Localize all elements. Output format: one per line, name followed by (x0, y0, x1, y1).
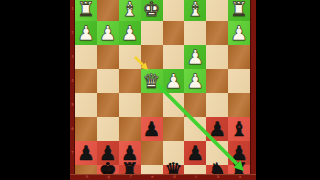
square-d6[interactable] (163, 117, 185, 141)
file-label-e: e (151, 175, 153, 179)
square-f4[interactable] (119, 69, 141, 93)
square-c1[interactable]: ♝ (184, 0, 206, 21)
square-d2[interactable] (163, 21, 185, 45)
square-b5[interactable] (206, 93, 228, 117)
rank-label-1: 1 (71, 7, 73, 11)
square-h5[interactable] (75, 93, 97, 117)
square-g5[interactable] (97, 93, 119, 117)
file-label-g: g (108, 175, 110, 179)
square-b1[interactable] (206, 0, 228, 21)
square-b4[interactable] (206, 69, 228, 93)
board-border-bottom: hgfedcba (70, 174, 256, 180)
file-label-c: c (195, 175, 197, 179)
rank-label-6: 6 (71, 127, 73, 131)
piece-wP-c4: ♟ (186, 69, 204, 93)
chess-board[interactable]: ♜♝♚♝♜♟♟♟♟♟♛♟♟♟♟♝♟♟♟♟♟♚♜♛♞♜ (75, 0, 250, 180)
square-a4[interactable] (228, 69, 250, 93)
piece-bP-c7: ♟ (186, 141, 204, 165)
piece-wK-e1: ♚ (143, 0, 161, 21)
rank-label-5: 5 (71, 103, 73, 107)
file-label-a: a (239, 175, 241, 179)
square-e4[interactable]: ♛ (141, 69, 163, 93)
square-h4[interactable] (75, 69, 97, 93)
file-label-h: h (86, 175, 88, 179)
square-c3[interactable]: ♟ (184, 45, 206, 69)
square-h3[interactable] (75, 45, 97, 69)
square-c2[interactable] (184, 21, 206, 45)
board-border-left: 12345678 (70, 0, 75, 180)
piece-wB-f1: ♝ (121, 0, 139, 21)
piece-wP-h2: ♟ (77, 21, 95, 45)
square-d1[interactable] (163, 0, 185, 21)
square-b6[interactable]: ♟ (206, 117, 228, 141)
square-h2[interactable]: ♟ (75, 21, 97, 45)
rank-label-3: 3 (71, 55, 73, 59)
square-c6[interactable] (184, 117, 206, 141)
square-a1[interactable]: ♜ (228, 0, 250, 21)
piece-wR-a1: ♜ (230, 0, 248, 21)
square-g3[interactable] (97, 45, 119, 69)
piece-wP-g2: ♟ (99, 21, 117, 45)
piece-wB-c1: ♝ (186, 0, 204, 21)
square-e1[interactable]: ♚ (141, 0, 163, 21)
square-g2[interactable]: ♟ (97, 21, 119, 45)
square-d3[interactable] (163, 45, 185, 69)
piece-bP-e6: ♟ (143, 117, 161, 141)
square-h7[interactable]: ♟ (75, 141, 97, 165)
square-a6[interactable]: ♝ (228, 117, 250, 141)
rank-label-7: 7 (71, 151, 73, 155)
square-e6[interactable]: ♟ (141, 117, 163, 141)
piece-bB-a6: ♝ (230, 117, 248, 141)
file-label-b: b (217, 175, 219, 179)
piece-wP-a2: ♟ (230, 21, 248, 45)
file-label-f: f (129, 175, 131, 179)
square-c7[interactable]: ♟ (184, 141, 206, 165)
square-b3[interactable] (206, 45, 228, 69)
square-g1[interactable] (97, 0, 119, 21)
square-a5[interactable] (228, 93, 250, 117)
square-a2[interactable]: ♟ (228, 21, 250, 45)
square-g4[interactable] (97, 69, 119, 93)
piece-bP-b6: ♟ (208, 117, 226, 141)
rank-label-2: 2 (71, 31, 73, 35)
square-e5[interactable] (141, 93, 163, 117)
square-e7[interactable] (141, 141, 163, 165)
square-e3[interactable] (141, 45, 163, 69)
square-f5[interactable] (119, 93, 141, 117)
square-c5[interactable] (184, 93, 206, 117)
square-h6[interactable] (75, 117, 97, 141)
square-b2[interactable] (206, 21, 228, 45)
square-f3[interactable] (119, 45, 141, 69)
letterbox-right (256, 0, 320, 180)
rank-label-4: 4 (71, 79, 73, 83)
piece-bP-h7: ♟ (77, 141, 95, 165)
square-f2[interactable]: ♟ (119, 21, 141, 45)
square-d4[interactable]: ♟ (163, 69, 185, 93)
square-c4[interactable]: ♟ (184, 69, 206, 93)
piece-wR-h1: ♜ (77, 0, 95, 21)
piece-wQ-e4: ♛ (143, 69, 161, 93)
video-frame[interactable]: ♜♝♚♝♜♟♟♟♟♟♛♟♟♟♟♝♟♟♟♟♟♚♜♛♞♜ 12345678 hgfe… (0, 0, 320, 180)
square-a3[interactable] (228, 45, 250, 69)
square-f6[interactable] (119, 117, 141, 141)
piece-wP-f2: ♟ (121, 21, 139, 45)
square-f1[interactable]: ♝ (119, 0, 141, 21)
piece-wP-c3: ♟ (186, 45, 204, 69)
square-e2[interactable] (141, 21, 163, 45)
square-h1[interactable]: ♜ (75, 0, 97, 21)
square-d5[interactable] (163, 93, 185, 117)
square-g6[interactable] (97, 117, 119, 141)
file-label-d: d (173, 175, 175, 179)
piece-wP-d4: ♟ (164, 69, 182, 93)
letterbox-left (0, 0, 70, 180)
